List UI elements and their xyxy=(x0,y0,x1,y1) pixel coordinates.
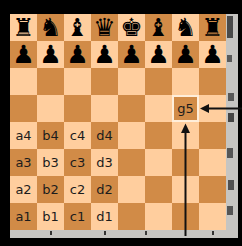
cropped-margin-right xyxy=(226,14,238,238)
square-a1[interactable]: a1 xyxy=(10,203,37,230)
square-label-a3: a3 xyxy=(15,149,31,176)
square-c6[interactable] xyxy=(64,68,91,95)
piece-black-pawn: ♟ xyxy=(147,41,169,68)
square-g4[interactable] xyxy=(172,122,199,149)
square-d8[interactable]: ♛ xyxy=(91,14,118,41)
square-g7[interactable]: ♟ xyxy=(172,41,199,68)
square-h8[interactable]: ♜ xyxy=(199,14,226,41)
square-e8[interactable]: ♚ xyxy=(118,14,145,41)
piece-black-knight: ♞ xyxy=(174,14,196,41)
square-b7[interactable]: ♟ xyxy=(37,41,64,68)
cropped-text-fragment xyxy=(212,231,214,235)
square-e7[interactable]: ♟ xyxy=(118,41,145,68)
square-c8[interactable]: ♝ xyxy=(64,14,91,41)
square-f6[interactable] xyxy=(145,68,172,95)
piece-black-bishop: ♝ xyxy=(66,14,88,41)
square-label-c1: c1 xyxy=(70,203,85,230)
square-f7[interactable]: ♟ xyxy=(145,41,172,68)
piece-black-pawn: ♟ xyxy=(120,41,142,68)
square-label-d4: d4 xyxy=(96,122,113,149)
square-e5[interactable] xyxy=(118,95,145,122)
square-f4[interactable] xyxy=(145,122,172,149)
piece-black-rook: ♜ xyxy=(12,14,34,41)
square-e3[interactable] xyxy=(118,149,145,176)
square-g5[interactable]: g5 xyxy=(172,95,199,122)
square-c5[interactable] xyxy=(64,95,91,122)
piece-black-knight: ♞ xyxy=(39,14,61,41)
square-label-b2: b2 xyxy=(42,176,59,203)
piece-black-king: ♚ xyxy=(120,14,142,41)
square-d3[interactable]: d3 xyxy=(91,149,118,176)
square-a2[interactable]: a2 xyxy=(10,176,37,203)
square-h4[interactable] xyxy=(199,122,226,149)
square-label-b4: b4 xyxy=(42,122,59,149)
square-b1[interactable]: b1 xyxy=(37,203,64,230)
square-a3[interactable]: a3 xyxy=(10,149,37,176)
square-e1[interactable] xyxy=(118,203,145,230)
square-a8[interactable]: ♜ xyxy=(10,14,37,41)
square-c2[interactable]: c2 xyxy=(64,176,91,203)
square-h3[interactable] xyxy=(199,149,226,176)
cropped-text-fragment xyxy=(228,93,234,101)
square-e4[interactable] xyxy=(118,122,145,149)
square-b3[interactable]: b3 xyxy=(37,149,64,176)
square-f8[interactable]: ♝ xyxy=(145,14,172,41)
square-h5[interactable] xyxy=(199,95,226,122)
square-label-a1: a1 xyxy=(15,203,31,230)
cropped-text-fragment xyxy=(145,231,147,235)
square-h1[interactable] xyxy=(199,203,226,230)
square-a7[interactable]: ♟ xyxy=(10,41,37,68)
square-c3[interactable]: c3 xyxy=(64,149,91,176)
square-d7[interactable]: ♟ xyxy=(91,41,118,68)
square-g3[interactable] xyxy=(172,149,199,176)
square-c7[interactable]: ♟ xyxy=(64,41,91,68)
cropped-text-fragment xyxy=(228,180,234,190)
square-b4[interactable]: b4 xyxy=(37,122,64,149)
square-a6[interactable] xyxy=(10,68,37,95)
square-e2[interactable] xyxy=(118,176,145,203)
square-h2[interactable] xyxy=(199,176,226,203)
square-d6[interactable] xyxy=(91,68,118,95)
square-f5[interactable] xyxy=(145,95,172,122)
piece-black-pawn: ♟ xyxy=(201,41,223,68)
square-label-a2: a2 xyxy=(15,176,31,203)
square-f1[interactable] xyxy=(145,203,172,230)
square-label-c3: c3 xyxy=(70,149,85,176)
square-f3[interactable] xyxy=(145,149,172,176)
square-h7[interactable]: ♟ xyxy=(199,41,226,68)
piece-black-pawn: ♟ xyxy=(174,41,196,68)
piece-black-pawn: ♟ xyxy=(66,41,88,68)
square-d5[interactable] xyxy=(91,95,118,122)
piece-black-pawn: ♟ xyxy=(39,41,61,68)
square-label-c4: c4 xyxy=(70,122,85,149)
chess-diagram: ♜♞♝♛♚♝♞♜♟♟♟♟♟♟♟♟g5a4b4c4d4a3b3c3d3a2b2c2… xyxy=(0,0,242,246)
square-b2[interactable]: b2 xyxy=(37,176,64,203)
square-e6[interactable] xyxy=(118,68,145,95)
square-label-d1: d1 xyxy=(96,203,113,230)
square-d2[interactable]: d2 xyxy=(91,176,118,203)
square-a4[interactable]: a4 xyxy=(10,122,37,149)
square-a5[interactable] xyxy=(10,95,37,122)
square-b5[interactable] xyxy=(37,95,64,122)
cropped-margin-bottom xyxy=(10,230,238,238)
chess-board: ♜♞♝♛♚♝♞♜♟♟♟♟♟♟♟♟g5a4b4c4d4a3b3c3d3a2b2c2… xyxy=(10,14,226,230)
highlighted-square-label: g5 xyxy=(177,95,194,122)
square-label-a4: a4 xyxy=(15,122,31,149)
square-label-d3: d3 xyxy=(96,149,113,176)
cropped-text-fragment xyxy=(50,231,52,235)
square-g6[interactable] xyxy=(172,68,199,95)
piece-black-pawn: ♟ xyxy=(12,41,34,68)
square-label-c2: c2 xyxy=(70,176,85,203)
square-d1[interactable]: d1 xyxy=(91,203,118,230)
piece-black-rook: ♜ xyxy=(201,14,223,41)
piece-black-queen: ♛ xyxy=(93,14,115,41)
cropped-text-fragment xyxy=(228,113,234,122)
square-f2[interactable] xyxy=(145,176,172,203)
cropped-text-fragment xyxy=(227,16,233,38)
square-g2[interactable] xyxy=(172,176,199,203)
square-label-b1: b1 xyxy=(42,203,59,230)
square-label-b3: b3 xyxy=(42,149,59,176)
cropped-text-fragment xyxy=(227,148,233,158)
piece-black-pawn: ♟ xyxy=(93,41,115,68)
cropped-text-fragment xyxy=(227,206,233,215)
square-c4[interactable]: c4 xyxy=(64,122,91,149)
square-h6[interactable] xyxy=(199,68,226,95)
cropped-text-fragment xyxy=(227,55,232,62)
square-b8[interactable]: ♞ xyxy=(37,14,64,41)
piece-black-bishop: ♝ xyxy=(147,14,169,41)
square-g8[interactable]: ♞ xyxy=(172,14,199,41)
square-d4[interactable]: d4 xyxy=(91,122,118,149)
cropped-text-fragment xyxy=(104,231,106,235)
square-c1[interactable]: c1 xyxy=(64,203,91,230)
square-b6[interactable] xyxy=(37,68,64,95)
square-g1[interactable] xyxy=(172,203,199,230)
square-label-d2: d2 xyxy=(96,176,113,203)
